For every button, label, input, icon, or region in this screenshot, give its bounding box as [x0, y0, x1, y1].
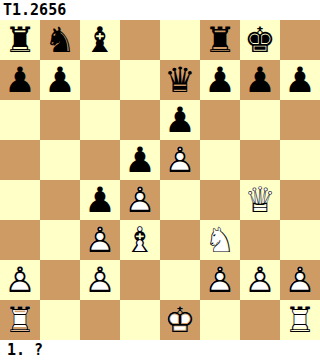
piece-outline: ♗ [120, 220, 160, 260]
square-d4[interactable]: ♟♙ [120, 180, 160, 220]
square-h6[interactable] [280, 100, 320, 140]
square-g8[interactable]: ♚ [240, 20, 280, 60]
puzzle-id-label: T1.2656 [0, 0, 320, 20]
white-knight[interactable]: ♞♘ [200, 220, 240, 260]
square-a7[interactable]: ♟ [0, 60, 40, 100]
white-pawn[interactable]: ♟♙ [160, 140, 200, 180]
square-d2[interactable] [120, 260, 160, 300]
square-a1[interactable]: ♜♖ [0, 300, 40, 340]
square-g6[interactable] [240, 100, 280, 140]
square-c1[interactable] [80, 300, 120, 340]
square-g3[interactable] [240, 220, 280, 260]
square-e2[interactable] [160, 260, 200, 300]
black-rook[interactable]: ♜ [0, 20, 40, 60]
black-queen[interactable]: ♛ [160, 60, 200, 100]
square-d1[interactable] [120, 300, 160, 340]
square-a6[interactable] [0, 100, 40, 140]
square-b3[interactable] [40, 220, 80, 260]
square-h5[interactable] [280, 140, 320, 180]
white-queen[interactable]: ♛♕ [240, 180, 280, 220]
piece-outline: ♙ [80, 260, 120, 300]
square-f2[interactable]: ♟♙ [200, 260, 240, 300]
white-pawn[interactable]: ♟♙ [80, 260, 120, 300]
piece-outline: ♙ [0, 260, 40, 300]
square-b4[interactable] [40, 180, 80, 220]
piece-outline: ♙ [120, 180, 160, 220]
piece-outline: ♙ [200, 260, 240, 300]
square-d6[interactable] [120, 100, 160, 140]
square-g4[interactable]: ♛♕ [240, 180, 280, 220]
square-e5[interactable]: ♟♙ [160, 140, 200, 180]
square-d5[interactable]: ♟ [120, 140, 160, 180]
piece-outline: ♙ [240, 260, 280, 300]
square-d7[interactable] [120, 60, 160, 100]
white-pawn[interactable]: ♟♙ [120, 180, 160, 220]
black-pawn[interactable]: ♟ [240, 60, 280, 100]
square-b6[interactable] [40, 100, 80, 140]
square-d8[interactable] [120, 20, 160, 60]
piece-outline: ♖ [280, 300, 320, 340]
square-c6[interactable] [80, 100, 120, 140]
black-rook[interactable]: ♜ [200, 20, 240, 60]
white-pawn[interactable]: ♟♙ [200, 260, 240, 300]
black-pawn[interactable]: ♟ [120, 140, 160, 180]
square-c5[interactable] [80, 140, 120, 180]
square-f3[interactable]: ♞♘ [200, 220, 240, 260]
square-f4[interactable] [200, 180, 240, 220]
piece-outline: ♙ [160, 140, 200, 180]
piece-outline: ♘ [200, 220, 240, 260]
square-h4[interactable] [280, 180, 320, 220]
square-e1[interactable]: ♚♔ [160, 300, 200, 340]
square-g2[interactable]: ♟♙ [240, 260, 280, 300]
black-pawn[interactable]: ♟ [200, 60, 240, 100]
piece-outline: ♕ [240, 180, 280, 220]
square-e3[interactable] [160, 220, 200, 260]
square-a5[interactable] [0, 140, 40, 180]
white-pawn[interactable]: ♟♙ [0, 260, 40, 300]
square-a8[interactable]: ♜ [0, 20, 40, 60]
move-prompt: 1. ? [0, 340, 320, 360]
square-c7[interactable] [80, 60, 120, 100]
square-g5[interactable] [240, 140, 280, 180]
square-f6[interactable] [200, 100, 240, 140]
square-g1[interactable] [240, 300, 280, 340]
black-pawn[interactable]: ♟ [40, 60, 80, 100]
white-bishop[interactable]: ♝♗ [120, 220, 160, 260]
chess-board: ♜♞♝♜♚♟♟♛♟♟♟♟♟♟♙♟♟♙♛♕♟♙♝♗♞♘♟♙♟♙♟♙♟♙♟♙♜♖♚♔… [0, 20, 320, 340]
white-rook[interactable]: ♜♖ [280, 300, 320, 340]
square-h1[interactable]: ♜♖ [280, 300, 320, 340]
square-c4[interactable]: ♟ [80, 180, 120, 220]
square-c3[interactable]: ♟♙ [80, 220, 120, 260]
black-knight[interactable]: ♞ [40, 20, 80, 60]
square-f8[interactable]: ♜ [200, 20, 240, 60]
square-b8[interactable]: ♞ [40, 20, 80, 60]
square-c8[interactable]: ♝ [80, 20, 120, 60]
black-bishop[interactable]: ♝ [80, 20, 120, 60]
piece-outline: ♙ [80, 220, 120, 260]
square-a3[interactable] [0, 220, 40, 260]
square-a2[interactable]: ♟♙ [0, 260, 40, 300]
square-f1[interactable] [200, 300, 240, 340]
white-pawn[interactable]: ♟♙ [280, 260, 320, 300]
square-b7[interactable]: ♟ [40, 60, 80, 100]
square-g7[interactable]: ♟ [240, 60, 280, 100]
black-pawn[interactable]: ♟ [160, 100, 200, 140]
square-b1[interactable] [40, 300, 80, 340]
square-h3[interactable] [280, 220, 320, 260]
piece-outline: ♔ [160, 300, 200, 340]
white-king[interactable]: ♚♔ [160, 300, 200, 340]
square-h2[interactable]: ♟♙ [280, 260, 320, 300]
square-e7[interactable]: ♛ [160, 60, 200, 100]
white-pawn[interactable]: ♟♙ [240, 260, 280, 300]
square-d3[interactable]: ♝♗ [120, 220, 160, 260]
square-e8[interactable] [160, 20, 200, 60]
black-pawn[interactable]: ♟ [80, 180, 120, 220]
square-b2[interactable] [40, 260, 80, 300]
square-b5[interactable] [40, 140, 80, 180]
black-pawn[interactable]: ♟ [0, 60, 40, 100]
square-f7[interactable]: ♟ [200, 60, 240, 100]
white-rook[interactable]: ♜♖ [0, 300, 40, 340]
square-h8[interactable] [280, 20, 320, 60]
piece-outline: ♖ [0, 300, 40, 340]
square-e4[interactable] [160, 180, 200, 220]
square-h7[interactable]: ♟ [280, 60, 320, 100]
square-c2[interactable]: ♟♙ [80, 260, 120, 300]
white-pawn[interactable]: ♟♙ [80, 220, 120, 260]
black-king[interactable]: ♚ [240, 20, 280, 60]
square-f5[interactable] [200, 140, 240, 180]
black-pawn[interactable]: ♟ [280, 60, 320, 100]
square-a4[interactable] [0, 180, 40, 220]
piece-outline: ♙ [280, 260, 320, 300]
square-e6[interactable]: ♟ [160, 100, 200, 140]
